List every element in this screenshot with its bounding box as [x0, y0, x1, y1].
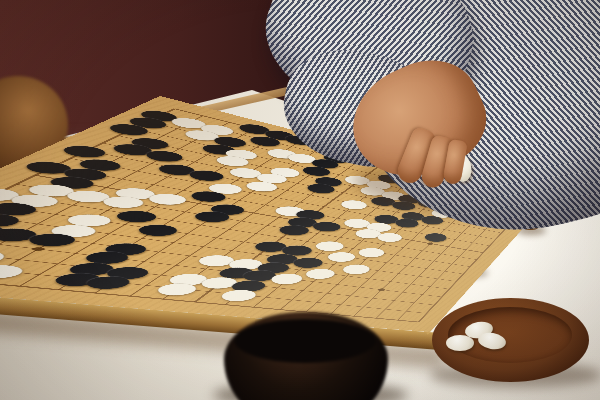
- black-lacquer-stone-bowl: [224, 312, 388, 400]
- go-game-photo-scene: ●●●●●●●●●●●●●●●●●●●●●●●●●●●●●●●●●●●●●●●●…: [0, 0, 600, 400]
- wooden-bowl-lid: [432, 298, 589, 382]
- lid-white-stone: [446, 335, 474, 351]
- black-bowl-rim: [234, 317, 376, 363]
